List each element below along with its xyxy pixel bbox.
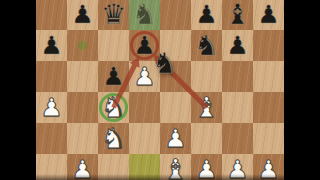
square-g4[interactable] xyxy=(222,92,253,123)
square-a5[interactable] xyxy=(36,61,67,92)
square-e4[interactable] xyxy=(160,92,191,123)
piece-white-knight-c4[interactable]: ♞ xyxy=(98,92,129,123)
piece-black-pawn-a6[interactable]: ♟ xyxy=(36,30,67,61)
square-c2[interactable] xyxy=(98,154,129,180)
square-h4[interactable] xyxy=(253,92,284,123)
piece-white-knight-c3[interactable]: ♞ xyxy=(98,123,129,154)
piece-black-pawn-g6[interactable]: ♟ xyxy=(222,30,253,61)
piece-white-pawn-g2[interactable]: ♟ xyxy=(222,154,253,180)
piece-black-pawn-b7[interactable]: ♟ xyxy=(67,0,98,30)
square-d2[interactable] xyxy=(129,154,160,180)
square-h3[interactable] xyxy=(253,123,284,154)
pillarbox-left-bar xyxy=(0,0,36,180)
chess-board: ♟♛♞♟♝♟♟♟♞♟♟♟♟♞♝♞♟♟♝♟♟♟ xyxy=(0,0,320,180)
dragged-piece-black-knight[interactable]: ♞ xyxy=(150,48,181,79)
square-a2[interactable] xyxy=(36,154,67,180)
piece-white-bishop-e2[interactable]: ♝ xyxy=(160,154,191,180)
ghost-black-knight-d7: ♞ xyxy=(129,0,160,30)
square-g3[interactable] xyxy=(222,123,253,154)
square-b6[interactable] xyxy=(67,30,98,61)
square-c6[interactable] xyxy=(98,30,129,61)
square-f5[interactable] xyxy=(191,61,222,92)
piece-black-knight-f6[interactable]: ♞ xyxy=(191,30,222,61)
square-g5[interactable] xyxy=(222,61,253,92)
square-a7[interactable] xyxy=(36,0,67,30)
piece-black-pawn-f7[interactable]: ♟ xyxy=(191,0,222,30)
square-h5[interactable] xyxy=(253,61,284,92)
square-b5[interactable] xyxy=(67,61,98,92)
square-d3[interactable] xyxy=(129,123,160,154)
piece-white-bishop-f4[interactable]: ♝ xyxy=(191,92,222,123)
piece-white-pawn-a4[interactable]: ♟ xyxy=(36,92,67,123)
video-frame: ♟♛♞♟♝♟♟♟♞♟♟♟♟♞♝♞♟♟♝♟♟♟ ♞ xyxy=(0,0,320,180)
square-e7[interactable] xyxy=(160,0,191,30)
piece-white-pawn-e3[interactable]: ♟ xyxy=(160,123,191,154)
piece-black-queen-c7[interactable]: ♛ xyxy=(98,0,129,30)
piece-black-bishop-g7[interactable]: ♝ xyxy=(222,0,253,30)
square-b4[interactable] xyxy=(67,92,98,123)
piece-white-pawn-f2[interactable]: ♟ xyxy=(191,154,222,180)
piece-white-pawn-b2[interactable]: ♟ xyxy=(67,154,98,180)
square-a3[interactable] xyxy=(36,123,67,154)
piece-black-pawn-c5[interactable]: ♟ xyxy=(98,61,129,92)
pillarbox-right-bar xyxy=(284,0,320,180)
square-d4[interactable] xyxy=(129,92,160,123)
legal-move-dot-b6 xyxy=(78,41,87,50)
square-f3[interactable] xyxy=(191,123,222,154)
piece-black-pawn-h7[interactable]: ♟ xyxy=(253,0,284,30)
piece-white-pawn-h2[interactable]: ♟ xyxy=(253,154,284,180)
square-h6[interactable] xyxy=(253,30,284,61)
square-b3[interactable] xyxy=(67,123,98,154)
